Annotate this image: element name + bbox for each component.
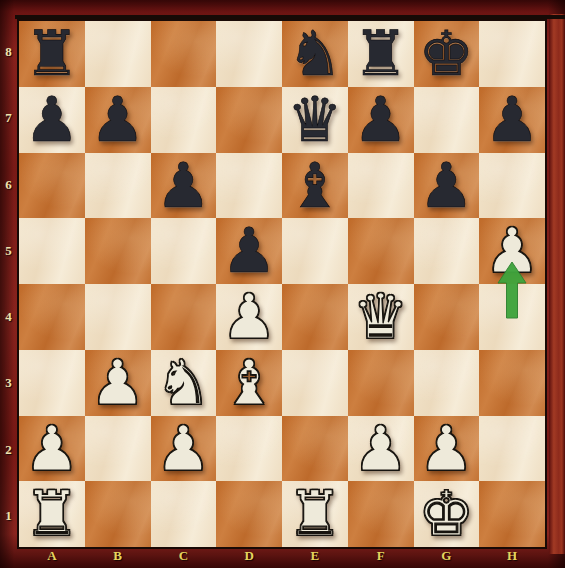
piece-black-P-h7[interactable]: ♟ [479,87,545,153]
piece-black-N-e8[interactable]: ♞ [282,21,348,87]
square-e3[interactable] [282,350,348,416]
square-g8[interactable]: ♚ [414,21,480,87]
square-b7[interactable]: ♟ [85,87,151,153]
piece-white-Q-f4[interactable]: ♛ [348,284,414,350]
square-b3[interactable]: ♟ [85,350,151,416]
piece-white-P-b3[interactable]: ♟ [85,350,151,416]
file-label-G: G [414,546,480,566]
square-f2[interactable]: ♟ [348,416,414,482]
square-g4[interactable] [414,284,480,350]
square-f3[interactable] [348,350,414,416]
square-c3[interactable]: ♞ [151,350,217,416]
square-b1[interactable] [85,481,151,547]
piece-black-P-c6[interactable]: ♟ [151,153,217,219]
square-f7[interactable]: ♟ [348,87,414,153]
square-f4[interactable]: ♛ [348,284,414,350]
square-g7[interactable] [414,87,480,153]
piece-black-K-g8[interactable]: ♚ [414,21,480,87]
square-h8[interactable] [479,21,545,87]
square-c8[interactable] [151,21,217,87]
square-b2[interactable] [85,416,151,482]
square-a5[interactable] [19,218,85,284]
square-h4[interactable] [479,284,545,350]
square-a4[interactable] [19,284,85,350]
square-e6[interactable]: ♝ [282,153,348,219]
square-e1[interactable]: ♜ [282,481,348,547]
rank-label-6: 6 [0,152,17,218]
square-h3[interactable] [479,350,545,416]
file-labels: ABCDEFGH [19,546,545,566]
square-a8[interactable]: ♜ [19,21,85,87]
piece-white-B-d3[interactable]: ♝ [216,350,282,416]
piece-white-P-g2[interactable]: ♟ [414,416,480,482]
square-g2[interactable]: ♟ [414,416,480,482]
square-f8[interactable]: ♜ [348,21,414,87]
square-c6[interactable]: ♟ [151,153,217,219]
chess-app-window: ♜♞♜♚♟♟♛♟♟♟♝♟♟♟♟♛♟♞♝♟♟♟♟♜♜♚ 87654321 ABCD… [0,0,565,568]
piece-white-R-a1[interactable]: ♜ [19,481,85,547]
piece-white-P-a2[interactable]: ♟ [19,416,85,482]
piece-black-R-f8[interactable]: ♜ [348,21,414,87]
piece-white-N-c3[interactable]: ♞ [151,350,217,416]
square-g1[interactable]: ♚ [414,481,480,547]
square-c2[interactable]: ♟ [151,416,217,482]
piece-black-P-d5[interactable]: ♟ [216,218,282,284]
piece-white-P-c2[interactable]: ♟ [151,416,217,482]
file-label-F: F [348,546,414,566]
square-b5[interactable] [85,218,151,284]
chessboard[interactable]: ♜♞♜♚♟♟♛♟♟♟♝♟♟♟♟♛♟♞♝♟♟♟♟♜♜♚ [17,19,547,549]
rank-label-1: 1 [0,483,17,549]
square-f6[interactable] [348,153,414,219]
square-b4[interactable] [85,284,151,350]
rank-label-8: 8 [0,19,17,85]
square-a1[interactable]: ♜ [19,481,85,547]
square-c1[interactable] [151,481,217,547]
rank-label-3: 3 [0,350,17,416]
square-a2[interactable]: ♟ [19,416,85,482]
square-b8[interactable] [85,21,151,87]
rank-labels: 87654321 [0,19,17,549]
square-h1[interactable] [479,481,545,547]
square-h5[interactable]: ♟ [479,218,545,284]
rank-label-2: 2 [0,417,17,483]
square-d5[interactable]: ♟ [216,218,282,284]
file-label-C: C [151,546,217,566]
square-c5[interactable] [151,218,217,284]
piece-black-P-g6[interactable]: ♟ [414,153,480,219]
piece-white-P-f2[interactable]: ♟ [348,416,414,482]
piece-white-R-e1[interactable]: ♜ [282,481,348,547]
square-e5[interactable] [282,218,348,284]
piece-white-P-h5[interactable]: ♟ [479,218,545,284]
rank-label-5: 5 [0,218,17,284]
square-a6[interactable] [19,153,85,219]
file-label-A: A [19,546,85,566]
file-label-E: E [282,546,348,566]
square-g3[interactable] [414,350,480,416]
piece-black-Q-e7[interactable]: ♛ [282,87,348,153]
piece-black-P-f7[interactable]: ♟ [348,87,414,153]
square-d4[interactable]: ♟ [216,284,282,350]
piece-black-P-b7[interactable]: ♟ [85,87,151,153]
square-d6[interactable] [216,153,282,219]
square-d8[interactable] [216,21,282,87]
square-b6[interactable] [85,153,151,219]
piece-black-P-a7[interactable]: ♟ [19,87,85,153]
square-h6[interactable] [479,153,545,219]
square-g6[interactable]: ♟ [414,153,480,219]
piece-black-R-a8[interactable]: ♜ [19,21,85,87]
square-a3[interactable] [19,350,85,416]
square-d1[interactable] [216,481,282,547]
board-frame-right-plank [549,14,565,554]
rank-label-4: 4 [0,284,17,350]
file-label-H: H [479,546,545,566]
square-e2[interactable] [282,416,348,482]
square-g5[interactable] [414,218,480,284]
square-c4[interactable] [151,284,217,350]
piece-white-K-g1[interactable]: ♚ [414,481,480,547]
square-e4[interactable] [282,284,348,350]
piece-black-B-e6[interactable]: ♝ [282,153,348,219]
square-h2[interactable] [479,416,545,482]
square-e7[interactable]: ♛ [282,87,348,153]
square-d3[interactable]: ♝ [216,350,282,416]
piece-white-P-d4[interactable]: ♟ [216,284,282,350]
square-d2[interactable] [216,416,282,482]
file-label-B: B [85,546,151,566]
square-h7[interactable]: ♟ [479,87,545,153]
rank-label-7: 7 [0,85,17,151]
square-d7[interactable] [216,87,282,153]
square-e8[interactable]: ♞ [282,21,348,87]
square-a7[interactable]: ♟ [19,87,85,153]
square-f5[interactable] [348,218,414,284]
square-f1[interactable] [348,481,414,547]
square-c7[interactable] [151,87,217,153]
file-label-D: D [216,546,282,566]
